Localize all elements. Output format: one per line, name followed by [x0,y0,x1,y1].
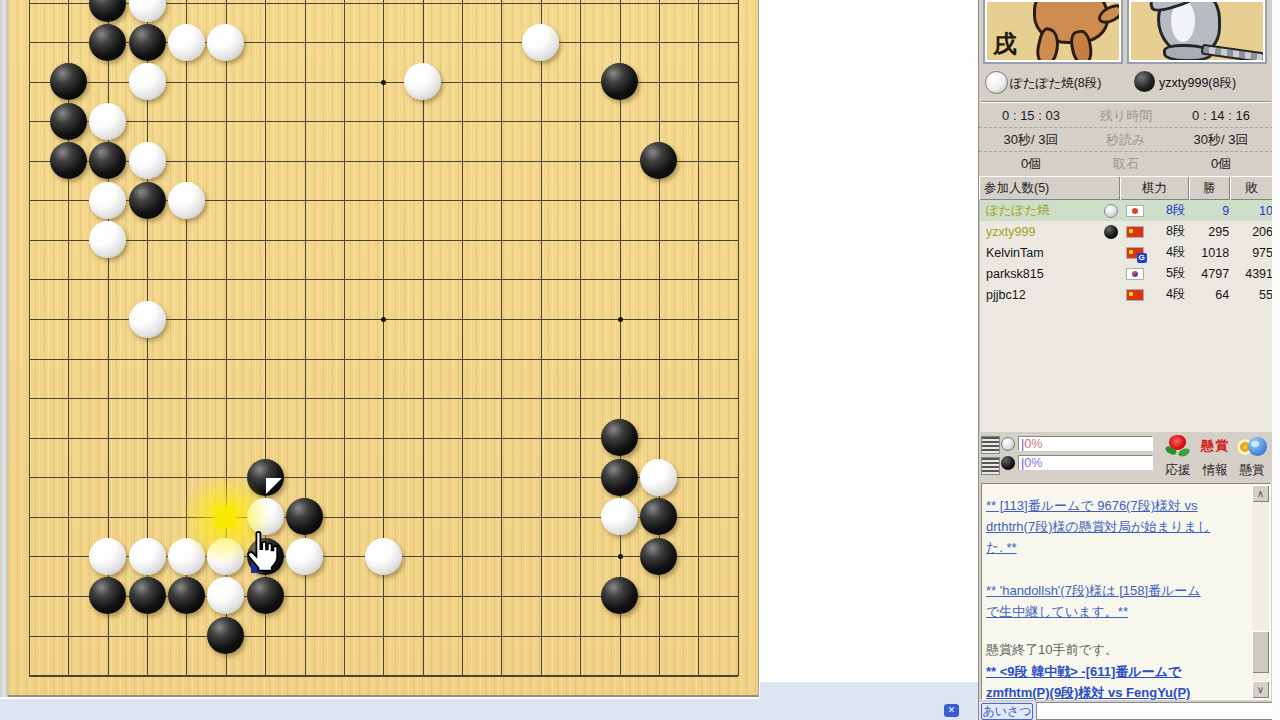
last-move-triangle-marker [266,478,282,494]
close-icon[interactable]: ✕ [944,704,959,717]
white-stone [522,24,559,61]
black-captures: 0個 [1169,155,1273,173]
grid-line [580,0,581,676]
grid-line [29,636,738,637]
black-stone [129,24,166,61]
byoyomi-label: 秒読み [1083,131,1169,149]
white-stone-icon [1001,437,1015,451]
black-stone-icon [1134,71,1155,92]
player-row[interactable]: yzxty999 8段 295 206 [980,221,1273,242]
grid-line [541,0,542,676]
grid-line [29,240,738,241]
chat-message-link[interactable]: ** <9段 韓中戦> -[611]番ルームで zmfhtm(P)(9段)様対 … [986,661,1244,703]
black-stone [207,617,244,654]
chat-input-bar: あいさつ [979,702,1273,720]
grid-line [423,0,424,676]
black-stone [89,24,126,61]
chat-panel: ** [113]番ルームで 9676(7段)様対 vs drthtrh(7段)様… [981,483,1271,700]
window-right-rail [1272,0,1280,720]
chat-message-link[interactable]: ** 'handollsh'(7段)様は [158]番ルーム で生中継しています… [986,580,1244,622]
black-stone [640,538,677,575]
header-wins[interactable]: 勝 [1189,176,1230,200]
white-stone [207,24,244,61]
white-stone [129,301,166,338]
go-board[interactable] [8,0,759,697]
white-player-name: ぽたぽた焼(8段) [1010,75,1101,92]
player-bar: ぽたぽた焼(8段) yzxty999(8段) [979,66,1273,100]
white-stone [89,182,126,219]
white-stone [601,498,638,535]
grid-line [29,359,738,360]
black-player-name: yzxty999(8段) [1159,75,1236,92]
window-bottom-strip [0,699,760,720]
scroll-down-icon[interactable]: ∨ [1252,681,1269,698]
white-stone [129,538,166,575]
grid-line [29,398,738,399]
hand-cursor-icon [246,531,280,577]
black-time: 0 : 14 : 16 [1169,108,1273,123]
header-rank[interactable]: 棋力 [1120,176,1189,200]
header-participants[interactable]: 参加人数(5) [979,176,1120,200]
star-point [618,554,623,559]
flag-icon-china-g [1126,247,1144,259]
grid-line [29,0,30,676]
black-stone [601,419,638,456]
window-gap [760,0,978,682]
black-stone [89,0,126,22]
chat-scrollbar[interactable]: ∧ ∨ [1252,485,1269,698]
black-stone [601,459,638,496]
black-stone [50,63,87,100]
grid-line [29,279,738,280]
scrollbar-thumb[interactable] [1252,631,1269,673]
chat-input[interactable] [1036,702,1273,720]
black-stone-icon [1001,456,1015,470]
white-stone-icon [985,71,1008,94]
black-stone [168,577,205,614]
white-stone [89,221,126,258]
prize-text-icon: 懸賞 [1196,437,1234,455]
grid-line [29,675,738,677]
header-losses[interactable]: 敗 [1230,176,1273,200]
grid-line [462,0,463,676]
grid-line [501,0,502,676]
star-point [618,317,623,322]
scroll-up-icon[interactable]: ∧ [1252,485,1269,502]
globes-icon [1237,435,1267,459]
white-stone [129,0,166,22]
clock-panel: 0 : 15 : 03 残り時間 0 : 14 : 16 30秒/ 3回 秒読み… [979,104,1273,175]
player-list-header: 参加人数(5) 棋力 勝 敗 [979,176,1273,200]
white-stone [129,63,166,100]
flag-icon-japan [1126,205,1144,217]
white-stone [168,182,205,219]
white-support-bar[interactable]: |0% [1018,436,1153,451]
board-panel [0,0,760,700]
white-stone [207,577,244,614]
black-stone [640,142,677,179]
list-icon[interactable] [981,436,998,476]
black-stone [129,577,166,614]
white-player-avatar: 戌 [983,0,1123,64]
grid-line [344,0,345,676]
prize-info-button[interactable]: 懸賞 情報 [1196,433,1234,481]
black-stone [89,577,126,614]
black-player-avatar [1127,0,1267,64]
flag-icon-china [1126,289,1144,301]
grid-line [698,0,699,676]
rose-icon [1166,435,1190,461]
flag-icon-china [1126,226,1144,238]
greeting-button[interactable]: あいさつ [981,703,1033,720]
black-stone [50,142,87,179]
cheer-button[interactable]: 応援 [1159,433,1197,481]
player-list: ぽたぽた焼 8段 9 10 yzxty999 8段 295 206 Kelvin… [979,200,1273,432]
divider [981,101,1271,103]
white-stone [89,538,126,575]
black-support-bar[interactable]: |0% [1018,455,1153,470]
black-byoyomi: 30秒/ 3回 [1169,131,1273,149]
chat-message: 懸賞終了10手前です。 [986,639,1244,660]
white-stone [286,538,323,575]
captures-label: 取石 [1083,155,1169,173]
white-stone [640,459,677,496]
white-stone [365,538,402,575]
support-panel: |0% |0% 応援 懸賞 情報 懸賞 [979,432,1273,483]
white-stone [129,142,166,179]
grid-line [620,0,621,676]
black-stone [601,577,638,614]
player-row[interactable]: parksk815 5段 4797 4391 [980,263,1273,284]
sidebar: 戌 ぽたぽた焼(8段) yzxty999(8段) 0 : 15 : 03 残り時… [978,0,1272,720]
grid-line [738,0,739,676]
player-row[interactable]: pjjbc12 4段 64 55 [980,284,1273,305]
grid-line [68,0,69,676]
window-left-rail [0,0,8,697]
white-byoyomi: 30秒/ 3回 [979,131,1083,149]
flag-icon-korea [1126,268,1144,280]
black-stone [286,498,323,535]
app-window: ✕ 戌 ぽたぽた焼(8段) yzxty999(8段) [0,0,1280,720]
time-label: 残り時間 [1083,107,1169,125]
black-stone [247,577,284,614]
grid-line [29,121,738,122]
black-stone [50,103,87,140]
white-stone [168,24,205,61]
black-stone [601,63,638,100]
chat-message-link[interactable]: ** [113]番ルームで 9676(7段)様対 vs drthtrh(7段)様… [986,495,1244,558]
star-point [381,80,386,85]
black-stone [640,498,677,535]
white-stone [89,103,126,140]
white-time: 0 : 15 : 03 [979,108,1083,123]
black-stone [89,142,126,179]
white-captures: 0個 [979,155,1083,173]
white-stone [404,63,441,100]
prize-button[interactable]: 懸賞 [1233,433,1271,481]
black-stone [129,182,166,219]
player-row[interactable]: ぽたぽた焼 8段 9 10 [980,200,1273,221]
star-point [381,317,386,322]
player-row[interactable]: KelvinTam 4段 1018 975 [980,242,1273,263]
